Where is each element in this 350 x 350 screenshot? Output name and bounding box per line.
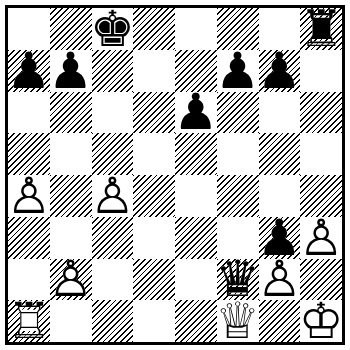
square-c7[interactable] <box>92 50 134 92</box>
piece-fill-mask: ♟ <box>259 50 301 92</box>
square-d8[interactable] <box>133 8 175 50</box>
square-a7[interactable]: ♟♟ <box>8 50 50 92</box>
black-pawn-g3: ♟ <box>259 217 301 259</box>
square-e4[interactable] <box>175 175 217 217</box>
white-king-h1: ♔ <box>300 300 342 342</box>
square-a8[interactable] <box>8 8 50 50</box>
square-b1[interactable] <box>50 300 92 342</box>
square-d6[interactable] <box>133 92 175 134</box>
piece-fill-mask: ♜ <box>8 300 50 342</box>
square-e7[interactable] <box>175 50 217 92</box>
square-h6[interactable] <box>300 92 342 134</box>
square-a6[interactable] <box>8 92 50 134</box>
black-pawn-e6: ♟ <box>175 92 217 134</box>
square-b8[interactable] <box>50 8 92 50</box>
square-f6[interactable] <box>217 92 259 134</box>
piece-fill-mask: ♟ <box>8 175 50 217</box>
piece-fill-mask: ♟ <box>175 92 217 134</box>
square-c3[interactable] <box>92 217 134 259</box>
square-g7[interactable]: ♟♟ <box>259 50 301 92</box>
square-d7[interactable] <box>133 50 175 92</box>
square-c5[interactable] <box>92 133 134 175</box>
chess-diagram: ♚♚♜♜♟♟♟♟♟♟♟♟♟♟♟♙♟♙♟♟♟♙♟♙♛♛♟♙♜♖♛♕♚♔ <box>5 5 345 345</box>
piece-fill-mask: ♛ <box>217 300 259 342</box>
board: ♚♚♜♜♟♟♟♟♟♟♟♟♟♟♟♙♟♙♟♟♟♙♟♙♛♛♟♙♜♖♛♕♚♔ <box>8 8 342 342</box>
square-a5[interactable] <box>8 133 50 175</box>
square-b5[interactable] <box>50 133 92 175</box>
square-d2[interactable] <box>133 259 175 301</box>
square-c2[interactable] <box>92 259 134 301</box>
square-a4[interactable]: ♟♙ <box>8 175 50 217</box>
piece-fill-mask: ♛ <box>217 259 259 301</box>
piece-fill-mask: ♟ <box>92 175 134 217</box>
square-g6[interactable] <box>259 92 301 134</box>
white-pawn-c4: ♙ <box>92 175 134 217</box>
white-pawn-h3: ♙ <box>300 217 342 259</box>
square-f1[interactable]: ♛♕ <box>217 300 259 342</box>
square-b4[interactable] <box>50 175 92 217</box>
square-g8[interactable] <box>259 8 301 50</box>
piece-fill-mask: ♟ <box>259 259 301 301</box>
black-pawn-f7: ♟ <box>217 50 259 92</box>
piece-fill-mask: ♚ <box>92 8 134 50</box>
square-d5[interactable] <box>133 133 175 175</box>
square-a2[interactable] <box>8 259 50 301</box>
square-c1[interactable] <box>92 300 134 342</box>
piece-fill-mask: ♜ <box>300 8 342 50</box>
square-h4[interactable] <box>300 175 342 217</box>
square-e3[interactable] <box>175 217 217 259</box>
square-b6[interactable] <box>50 92 92 134</box>
square-h1[interactable]: ♚♔ <box>300 300 342 342</box>
piece-fill-mask: ♟ <box>8 50 50 92</box>
square-e5[interactable] <box>175 133 217 175</box>
square-d1[interactable] <box>133 300 175 342</box>
black-pawn-a7: ♟ <box>8 50 50 92</box>
piece-fill-mask: ♟ <box>50 50 92 92</box>
square-g3[interactable]: ♟♟ <box>259 217 301 259</box>
square-c4[interactable]: ♟♙ <box>92 175 134 217</box>
square-e6[interactable]: ♟♟ <box>175 92 217 134</box>
square-e2[interactable] <box>175 259 217 301</box>
black-queen-f2: ♛ <box>217 259 259 301</box>
square-b7[interactable]: ♟♟ <box>50 50 92 92</box>
square-d4[interactable] <box>133 175 175 217</box>
black-pawn-g7: ♟ <box>259 50 301 92</box>
square-e1[interactable] <box>175 300 217 342</box>
white-queen-f1: ♕ <box>217 300 259 342</box>
square-h2[interactable] <box>300 259 342 301</box>
white-pawn-a4: ♙ <box>8 175 50 217</box>
piece-fill-mask: ♟ <box>50 259 92 301</box>
square-b2[interactable]: ♟♙ <box>50 259 92 301</box>
square-f7[interactable]: ♟♟ <box>217 50 259 92</box>
white-pawn-g2: ♙ <box>259 259 301 301</box>
square-h5[interactable] <box>300 133 342 175</box>
square-e8[interactable] <box>175 8 217 50</box>
piece-fill-mask: ♟ <box>259 217 301 259</box>
square-h7[interactable] <box>300 50 342 92</box>
square-g1[interactable] <box>259 300 301 342</box>
piece-fill-mask: ♟ <box>300 217 342 259</box>
square-b3[interactable] <box>50 217 92 259</box>
square-c8[interactable]: ♚♚ <box>92 8 134 50</box>
square-a1[interactable]: ♜♖ <box>8 300 50 342</box>
white-pawn-b2: ♙ <box>50 259 92 301</box>
square-f5[interactable] <box>217 133 259 175</box>
square-c6[interactable] <box>92 92 134 134</box>
square-f3[interactable] <box>217 217 259 259</box>
square-g5[interactable] <box>259 133 301 175</box>
black-rook-h8: ♜ <box>300 8 342 50</box>
piece-fill-mask: ♟ <box>217 50 259 92</box>
square-f8[interactable] <box>217 8 259 50</box>
square-d3[interactable] <box>133 217 175 259</box>
square-f4[interactable] <box>217 175 259 217</box>
white-rook-a1: ♖ <box>8 300 50 342</box>
piece-fill-mask: ♚ <box>300 300 342 342</box>
square-g4[interactable] <box>259 175 301 217</box>
square-g2[interactable]: ♟♙ <box>259 259 301 301</box>
black-pawn-b7: ♟ <box>50 50 92 92</box>
square-h8[interactable]: ♜♜ <box>300 8 342 50</box>
square-a3[interactable] <box>8 217 50 259</box>
square-f2[interactable]: ♛♛ <box>217 259 259 301</box>
black-king-c8: ♚ <box>92 8 134 50</box>
square-h3[interactable]: ♟♙ <box>300 217 342 259</box>
